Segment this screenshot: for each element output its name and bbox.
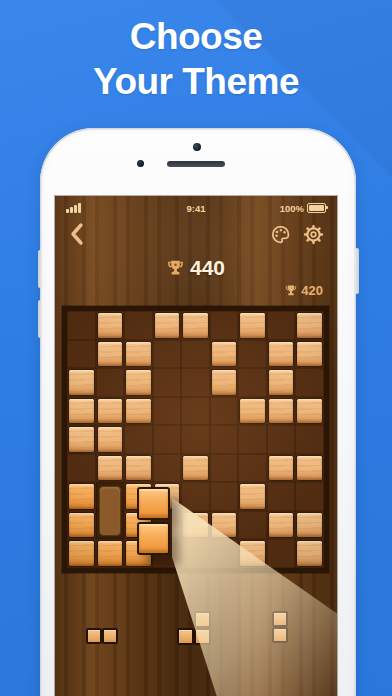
board-cell-r9c2[interactable] [96, 539, 125, 568]
block-tan [68, 369, 95, 396]
board-cell-r6c3[interactable] [124, 454, 153, 483]
game-board [62, 306, 329, 573]
status-bar: 9:41 100% [55, 196, 337, 218]
board-cell-r8c7[interactable] [238, 511, 267, 540]
back-button[interactable] [65, 223, 87, 245]
block-tan [239, 483, 266, 510]
app-title: Choose Your Theme [0, 14, 392, 104]
board-cell-r5c6[interactable] [210, 425, 239, 454]
board-cell-r8c1[interactable] [67, 511, 96, 540]
block-tan [125, 341, 152, 368]
placement-ghost-slot [99, 486, 121, 536]
current-score-value: 440 [190, 256, 225, 280]
dragged-piece-cell [137, 522, 170, 555]
board-cell-r1c6[interactable] [210, 311, 239, 340]
tray-piece-cell [86, 628, 102, 644]
game-screen: 9:41 100% [55, 196, 337, 696]
block-tan [211, 341, 238, 368]
gear-icon [303, 224, 324, 245]
chevron-left-icon [69, 222, 84, 246]
board-cell-r7c6[interactable] [210, 482, 239, 511]
board-cell-r2c3[interactable] [124, 340, 153, 369]
tray-piece-cell [194, 611, 211, 628]
board-cell-r4c5[interactable] [181, 397, 210, 426]
dragged-piece-cell [137, 487, 170, 520]
board-cell-r5c5[interactable] [181, 425, 210, 454]
board-cell-r4c3[interactable] [124, 397, 153, 426]
board-cell-r6c5[interactable] [181, 454, 210, 483]
board-cell-r3c3[interactable] [124, 368, 153, 397]
block-tan [268, 369, 295, 396]
block-tan [296, 455, 323, 482]
block-tan [239, 398, 266, 425]
board-cell-r6c2[interactable] [96, 454, 125, 483]
board-cell-r5c2[interactable] [96, 425, 125, 454]
board-cell-r8c6[interactable] [210, 511, 239, 540]
board-cell-r3c7[interactable] [238, 368, 267, 397]
board-cell-r1c9[interactable] [295, 311, 324, 340]
board-cell-r9c1[interactable] [67, 539, 96, 568]
board-cell-r5c7[interactable] [238, 425, 267, 454]
block-tan [239, 540, 266, 567]
power-button [355, 248, 359, 294]
board-cell-r2c5[interactable] [181, 340, 210, 369]
block-bright [68, 483, 95, 510]
ambient-sensor [137, 160, 144, 167]
tray-piece-cell [272, 611, 288, 627]
board-cell-r4c2[interactable] [96, 397, 125, 426]
board-cell-r6c8[interactable] [267, 454, 296, 483]
block-tan [68, 426, 95, 453]
board-cell-r5c3[interactable] [124, 425, 153, 454]
block-tan [211, 512, 238, 539]
board-cell-r3c2[interactable] [96, 368, 125, 397]
block-tan [182, 312, 209, 339]
app-store-screenshot: { "header": { "title_line1": "Choose", "… [0, 0, 392, 696]
board-cell-r5c9[interactable] [295, 425, 324, 454]
board-cell-r6c9[interactable] [295, 454, 324, 483]
board-cell-r2c2[interactable] [96, 340, 125, 369]
board-cell-r1c4[interactable] [153, 311, 182, 340]
board-cell-r8c9[interactable] [295, 511, 324, 540]
board-cell-r2c9[interactable] [295, 340, 324, 369]
board-cell-r9c7[interactable] [238, 539, 267, 568]
board-cell-r8c8[interactable] [267, 511, 296, 540]
board-cell-r1c7[interactable] [238, 311, 267, 340]
board-cell-r9c5[interactable] [181, 539, 210, 568]
block-bright [68, 540, 95, 567]
board-cell-r4c9[interactable] [295, 397, 324, 426]
block-tan [125, 398, 152, 425]
tray-piece-horizontal-domino[interactable] [86, 628, 118, 644]
best-score: 420 [55, 283, 337, 298]
phone-frame: 9:41 100% [40, 128, 356, 696]
tray-piece-vertical-domino[interactable] [272, 611, 288, 643]
board-cell-r4c7[interactable] [238, 397, 267, 426]
theme-palette-button[interactable] [269, 223, 291, 245]
board-cell-r6c7[interactable] [238, 454, 267, 483]
earpiece-speaker [167, 161, 225, 167]
board-cell-r1c2[interactable] [96, 311, 125, 340]
board-cell-r7c9[interactable] [295, 482, 324, 511]
block-tan [296, 341, 323, 368]
board-cell-r9c9[interactable] [295, 539, 324, 568]
best-score-value: 420 [301, 283, 323, 298]
block-tan [268, 455, 295, 482]
app-title-line2: Your Theme [0, 59, 392, 104]
block-tan [296, 512, 323, 539]
block-tan [239, 312, 266, 339]
board-cell-r2c7[interactable] [238, 340, 267, 369]
volume-up-button [38, 250, 42, 288]
board-cell-r5c1[interactable] [67, 425, 96, 454]
board-cell-r1c3[interactable] [124, 311, 153, 340]
board-cell-r3c4[interactable] [153, 368, 182, 397]
tray-piece-cell [177, 628, 194, 645]
block-tan [97, 455, 124, 482]
board-cell-r9c8[interactable] [267, 539, 296, 568]
board-cell-r9c6[interactable] [210, 539, 239, 568]
tray-piece-cell [194, 628, 211, 645]
palette-icon [270, 224, 291, 245]
board-cell-r1c8[interactable] [267, 311, 296, 340]
block-tan [97, 426, 124, 453]
block-tan [268, 512, 295, 539]
battery-icon [307, 203, 326, 214]
block-bright [68, 512, 95, 539]
block-tan [296, 312, 323, 339]
board-cell-r6c4[interactable] [153, 454, 182, 483]
board-cell-r5c8[interactable] [267, 425, 296, 454]
trophy-small-icon [285, 285, 297, 297]
board-cell-r3c8[interactable] [267, 368, 296, 397]
block-tan [268, 341, 295, 368]
tray-piece-cell [272, 627, 288, 643]
board-cell-r3c5[interactable] [181, 368, 210, 397]
block-tan [97, 398, 124, 425]
block-tan [211, 369, 238, 396]
board-cell-r8c5[interactable] [181, 511, 210, 540]
board-cell-r4c8[interactable] [267, 397, 296, 426]
settings-button[interactable] [302, 223, 324, 245]
block-tan [182, 512, 209, 539]
board-cell-r7c5[interactable] [181, 482, 210, 511]
board-cell-r5c4[interactable] [153, 425, 182, 454]
block-tan [97, 341, 124, 368]
board-cell-r4c6[interactable] [210, 397, 239, 426]
app-title-line1: Choose [0, 14, 392, 59]
board-cell-r3c1[interactable] [67, 368, 96, 397]
board-cell-r7c7[interactable] [238, 482, 267, 511]
block-tan [182, 455, 209, 482]
board-cell-r7c8[interactable] [267, 482, 296, 511]
board-cell-r3c9[interactable] [295, 368, 324, 397]
board-cell-r1c1[interactable] [67, 311, 96, 340]
board-cell-r3c6[interactable] [210, 368, 239, 397]
tray-piece-cell [102, 628, 118, 644]
block-tan [154, 312, 181, 339]
block-tan [296, 540, 323, 567]
board-cell-r2c1[interactable] [67, 340, 96, 369]
board-cell-r1c5[interactable] [181, 311, 210, 340]
block-tan [97, 312, 124, 339]
block-tan [125, 369, 152, 396]
dragged-piece[interactable] [137, 487, 170, 555]
board-cell-r7c1[interactable] [67, 482, 96, 511]
block-tan [125, 455, 152, 482]
board-cell-r4c1[interactable] [67, 397, 96, 426]
nav-bar [55, 218, 337, 250]
board-cell-r2c4[interactable] [153, 340, 182, 369]
board-cell-r6c1[interactable] [67, 454, 96, 483]
block-tan [268, 398, 295, 425]
current-score: 440 [55, 256, 337, 280]
front-camera [193, 143, 201, 151]
clock-label: 9:41 [55, 203, 337, 214]
board-cell-r2c8[interactable] [267, 340, 296, 369]
tray-piece-corner-tromino[interactable] [177, 611, 211, 645]
block-tan [296, 398, 323, 425]
board-cell-r4c4[interactable] [153, 397, 182, 426]
tray-piece-empty [177, 611, 194, 628]
board-cell-r6c6[interactable] [210, 454, 239, 483]
board-cell-r2c6[interactable] [210, 340, 239, 369]
volume-down-button [38, 300, 42, 338]
block-tan [68, 398, 95, 425]
trophy-icon [167, 260, 184, 277]
block-bright [97, 540, 124, 567]
